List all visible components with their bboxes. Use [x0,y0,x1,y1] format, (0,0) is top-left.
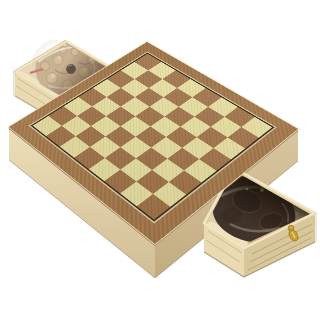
chess-storage-box-photo [0,0,320,320]
